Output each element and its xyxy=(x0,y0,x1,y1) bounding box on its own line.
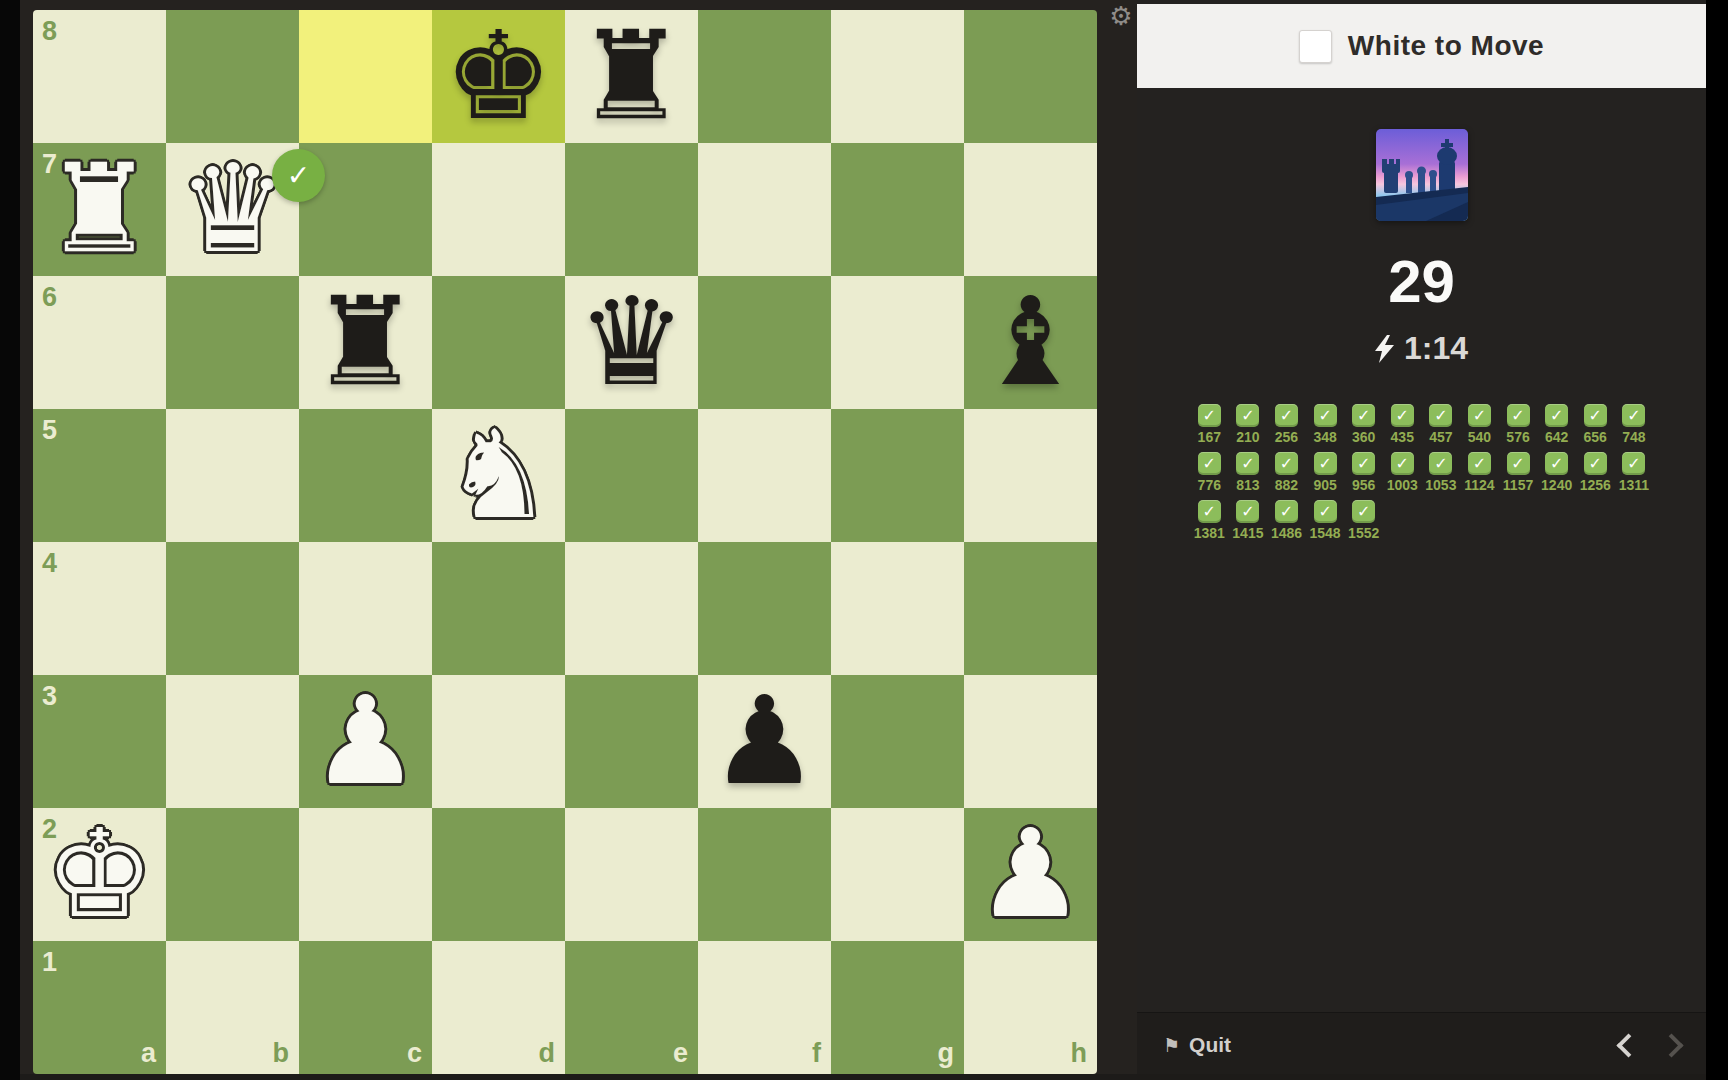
check-icon: ✓ xyxy=(1584,404,1607,427)
solved-puzzle-1415: ✓1415 xyxy=(1229,500,1268,543)
square-d4[interactable] xyxy=(432,542,565,675)
check-icon: ✓ xyxy=(1198,500,1221,523)
next-arrow[interactable] xyxy=(1659,1033,1683,1057)
lightning-icon xyxy=(1375,335,1394,363)
solved-puzzle-348: ✓348 xyxy=(1306,404,1345,447)
black-piece-c6[interactable]: ♜ xyxy=(299,276,432,409)
square-h7[interactable] xyxy=(964,143,1097,276)
solved-puzzle-1381: ✓1381 xyxy=(1190,500,1229,543)
square-f7[interactable] xyxy=(698,143,831,276)
square-g4[interactable] xyxy=(831,542,964,675)
solved-puzzle-1548: ✓1548 xyxy=(1306,500,1345,543)
square-a1[interactable]: 1a xyxy=(33,941,166,1074)
puzzle-thumbnail xyxy=(1376,129,1468,221)
solved-puzzle-813: ✓813 xyxy=(1229,452,1268,495)
solved-puzzle-748: ✓748 xyxy=(1615,404,1654,447)
solved-rating: 813 xyxy=(1236,477,1259,493)
square-g1[interactable]: g xyxy=(831,941,964,1074)
square-b2[interactable] xyxy=(166,808,299,941)
black-piece-e6[interactable]: ♛ xyxy=(565,276,698,409)
square-e6[interactable]: ♛ xyxy=(565,276,698,409)
square-b6[interactable] xyxy=(166,276,299,409)
square-d2[interactable] xyxy=(432,808,565,941)
solved-rating: 1003 xyxy=(1387,477,1418,493)
solved-puzzle-1311: ✓1311 xyxy=(1615,452,1654,495)
square-e3[interactable] xyxy=(565,675,698,808)
square-c8[interactable] xyxy=(299,10,432,143)
file-label-d: d xyxy=(539,1040,556,1067)
rank-label-1: 1 xyxy=(42,949,57,976)
square-f8[interactable] xyxy=(698,10,831,143)
square-a2[interactable]: 2♚ xyxy=(33,808,166,941)
square-h5[interactable] xyxy=(964,409,1097,542)
check-icon: ✓ xyxy=(1622,452,1645,475)
solved-puzzle-642: ✓642 xyxy=(1537,404,1576,447)
solved-rating: 210 xyxy=(1236,429,1259,445)
solved-rating: 1548 xyxy=(1310,525,1341,541)
solved-rating: 1256 xyxy=(1580,477,1611,493)
prev-arrow[interactable] xyxy=(1616,1033,1640,1057)
rank-label-8: 8 xyxy=(42,18,57,45)
check-icon: ✓ xyxy=(1468,452,1491,475)
solved-puzzle-882: ✓882 xyxy=(1267,452,1306,495)
square-d6[interactable] xyxy=(432,276,565,409)
solved-rating: 1486 xyxy=(1271,525,1302,541)
solved-puzzle-776: ✓776 xyxy=(1190,452,1229,495)
square-f1[interactable]: f xyxy=(698,941,831,1074)
solved-rating: 167 xyxy=(1198,429,1221,445)
file-label-c: c xyxy=(407,1040,422,1067)
check-icon: ✓ xyxy=(1275,452,1298,475)
solved-puzzle-360: ✓360 xyxy=(1344,404,1383,447)
solved-rating: 1157 xyxy=(1503,477,1533,493)
check-icon: ✓ xyxy=(1352,452,1375,475)
black-piece-f3[interactable]: ♟ xyxy=(698,675,831,808)
puzzle-art xyxy=(1376,129,1468,221)
square-a4[interactable]: 4 xyxy=(33,542,166,675)
check-icon: ✓ xyxy=(1507,452,1530,475)
white-piece-c3[interactable]: ♟ xyxy=(299,675,432,808)
check-icon: ✓ xyxy=(1275,404,1298,427)
square-g7[interactable] xyxy=(831,143,964,276)
square-c3[interactable]: ♟ xyxy=(299,675,432,808)
rank-label-4: 4 xyxy=(42,550,57,577)
check-icon: ✓ xyxy=(1391,404,1414,427)
solved-rating: 348 xyxy=(1313,429,1336,445)
square-f5[interactable] xyxy=(698,409,831,542)
check-icon: ✓ xyxy=(1236,404,1259,427)
flag-icon: ⚑ xyxy=(1163,1036,1180,1055)
square-c4[interactable] xyxy=(299,542,432,675)
square-g8[interactable] xyxy=(831,10,964,143)
check-icon: ✓ xyxy=(1314,500,1337,523)
puzzle-count: 29 xyxy=(1137,250,1706,314)
square-d5[interactable]: ♞ xyxy=(432,409,565,542)
solved-rating: 776 xyxy=(1198,477,1221,493)
check-icon: ✓ xyxy=(1236,452,1259,475)
white-piece-a2[interactable]: ♚ xyxy=(33,808,166,941)
square-f4[interactable] xyxy=(698,542,831,675)
file-label-a: a xyxy=(141,1040,156,1067)
solved-rating: 1311 xyxy=(1619,477,1649,493)
check-icon: ✓ xyxy=(1429,404,1452,427)
solved-puzzle-576: ✓576 xyxy=(1499,404,1538,447)
check-icon: ✓ xyxy=(1352,500,1375,523)
square-c1[interactable]: c xyxy=(299,941,432,1074)
timer-value: 1:14 xyxy=(1404,330,1468,367)
solved-puzzle-210: ✓210 xyxy=(1229,404,1268,447)
square-e2[interactable] xyxy=(565,808,698,941)
solved-puzzle-435: ✓435 xyxy=(1383,404,1422,447)
square-b5[interactable] xyxy=(166,409,299,542)
solved-rating: 457 xyxy=(1429,429,1452,445)
settings-gear-icon[interactable]: ⚙ xyxy=(1106,1,1136,31)
white-piece-a7[interactable]: ♜ xyxy=(33,143,166,276)
square-g5[interactable] xyxy=(831,409,964,542)
square-b8[interactable] xyxy=(166,10,299,143)
solved-puzzle-1124: ✓1124 xyxy=(1460,452,1499,495)
solved-rating: 748 xyxy=(1622,429,1645,445)
square-h8[interactable] xyxy=(964,10,1097,143)
solved-puzzle-1240: ✓1240 xyxy=(1537,452,1576,495)
square-a8[interactable]: 8 xyxy=(33,10,166,143)
square-f3[interactable]: ♟ xyxy=(698,675,831,808)
square-g6[interactable] xyxy=(831,276,964,409)
square-d8[interactable]: ♚ xyxy=(432,10,565,143)
square-f2[interactable] xyxy=(698,808,831,941)
solved-rating: 642 xyxy=(1545,429,1568,445)
solved-puzzle-1486: ✓1486 xyxy=(1267,500,1306,543)
footer-bar: ⚑ Quit xyxy=(1137,1012,1706,1077)
solved-rating: 1381 xyxy=(1194,525,1225,541)
check-icon: ✓ xyxy=(1314,452,1337,475)
app-window: 8♚♜7♜♛6♜♛♝5♞43♟♟2♚♟1abcdefgh ✓ ⚙ White t… xyxy=(0,0,1728,1080)
check-icon: ✓ xyxy=(1314,404,1337,427)
turn-indicator-bar: White to Move xyxy=(1137,4,1706,88)
solved-puzzle-1157: ✓1157 xyxy=(1499,452,1538,495)
solved-puzzle-956: ✓956 xyxy=(1344,452,1383,495)
square-d7[interactable] xyxy=(432,143,565,276)
square-d3[interactable] xyxy=(432,675,565,808)
check-icon: ✓ xyxy=(1198,404,1221,427)
sidebar: White to Move xyxy=(1137,0,1706,1080)
bottom-edge xyxy=(20,1074,1706,1080)
file-label-b: b xyxy=(273,1040,290,1067)
check-icon: ✓ xyxy=(1391,452,1414,475)
square-e8[interactable]: ♜ xyxy=(565,10,698,143)
square-c5[interactable] xyxy=(299,409,432,542)
timer: 1:14 xyxy=(1137,330,1706,367)
check-icon: ✓ xyxy=(1545,404,1568,427)
square-b1[interactable]: b xyxy=(166,941,299,1074)
move-nav xyxy=(1620,1037,1680,1054)
white-piece-d5[interactable]: ♞ xyxy=(432,409,565,542)
square-c6[interactable]: ♜ xyxy=(299,276,432,409)
square-e1[interactable]: e xyxy=(565,941,698,1074)
square-d1[interactable]: d xyxy=(432,941,565,1074)
solved-rating: 905 xyxy=(1313,477,1336,493)
solved-rating: 1415 xyxy=(1232,525,1263,541)
rank-label-5: 5 xyxy=(42,417,57,444)
solved-puzzle-256: ✓256 xyxy=(1267,404,1306,447)
solved-puzzle-656: ✓656 xyxy=(1576,404,1615,447)
square-h2[interactable]: ♟ xyxy=(964,808,1097,941)
solved-puzzle-540: ✓540 xyxy=(1460,404,1499,447)
file-label-e: e xyxy=(673,1040,688,1067)
letterbox-left xyxy=(0,0,20,1080)
check-icon: ✓ xyxy=(1352,404,1375,427)
quit-label: Quit xyxy=(1189,1033,1231,1057)
solved-puzzle-1053: ✓1053 xyxy=(1422,452,1461,495)
correct-move-badge: ✓ xyxy=(272,149,325,202)
square-a7[interactable]: 7♜ xyxy=(33,143,166,276)
solved-rating: 956 xyxy=(1352,477,1375,493)
solved-puzzle-905: ✓905 xyxy=(1306,452,1345,495)
solved-puzzle-1003: ✓1003 xyxy=(1383,452,1422,495)
solved-rating: 576 xyxy=(1506,429,1529,445)
solved-puzzle-1552: ✓1552 xyxy=(1344,500,1383,543)
solved-puzzle-1256: ✓1256 xyxy=(1576,452,1615,495)
square-b4[interactable] xyxy=(166,542,299,675)
solved-rating: 1240 xyxy=(1541,477,1572,493)
solved-puzzle-457: ✓457 xyxy=(1422,404,1461,447)
solved-puzzles-grid: ✓167✓210✓256✓348✓360✓435✓457✓540✓576✓642… xyxy=(1190,404,1656,548)
rank-label-6: 6 xyxy=(42,284,57,311)
square-e4[interactable] xyxy=(565,542,698,675)
file-label-f: f xyxy=(812,1040,821,1067)
solved-rating: 435 xyxy=(1391,429,1414,445)
solved-puzzle-167: ✓167 xyxy=(1190,404,1229,447)
square-e7[interactable] xyxy=(565,143,698,276)
square-a6[interactable]: 6 xyxy=(33,276,166,409)
check-icon: ✓ xyxy=(1236,500,1259,523)
check-icon: ✓ xyxy=(1275,500,1298,523)
file-label-h: h xyxy=(1071,1040,1088,1067)
square-h6[interactable]: ♝ xyxy=(964,276,1097,409)
square-g2[interactable] xyxy=(831,808,964,941)
white-piece-h2[interactable]: ♟ xyxy=(964,808,1097,941)
check-icon: ✓ xyxy=(1584,452,1607,475)
quit-button[interactable]: ⚑ Quit xyxy=(1163,1033,1231,1057)
square-a3[interactable]: 3 xyxy=(33,675,166,808)
check-icon: ✓ xyxy=(1507,404,1530,427)
check-icon: ✓ xyxy=(1429,452,1452,475)
solved-rating: 882 xyxy=(1275,477,1298,493)
solved-rating: 656 xyxy=(1584,429,1607,445)
square-h3[interactable] xyxy=(964,675,1097,808)
check-icon: ✓ xyxy=(1198,452,1221,475)
file-label-g: g xyxy=(938,1040,955,1067)
square-b3[interactable] xyxy=(166,675,299,808)
solved-rating: 1124 xyxy=(1464,477,1494,493)
black-piece-e8[interactable]: ♜ xyxy=(565,10,698,143)
solved-rating: 256 xyxy=(1275,429,1298,445)
square-h4[interactable] xyxy=(964,542,1097,675)
square-c2[interactable] xyxy=(299,808,432,941)
solved-rating: 1053 xyxy=(1425,477,1456,493)
chess-board[interactable]: 8♚♜7♜♛6♜♛♝5♞43♟♟2♚♟1abcdefgh xyxy=(33,10,1097,1074)
solved-rating: 360 xyxy=(1352,429,1375,445)
black-piece-d8[interactable]: ♚ xyxy=(432,10,565,143)
square-f6[interactable] xyxy=(698,276,831,409)
check-icon: ✓ xyxy=(1468,404,1491,427)
solved-rating: 540 xyxy=(1468,429,1491,445)
square-h1[interactable]: h xyxy=(964,941,1097,1074)
white-square-icon xyxy=(1299,30,1332,63)
rank-label-3: 3 xyxy=(42,683,57,710)
turn-label: White to Move xyxy=(1348,30,1544,62)
letterbox-right xyxy=(1706,0,1728,1080)
square-e5[interactable] xyxy=(565,409,698,542)
solved-rating: 1552 xyxy=(1348,525,1379,541)
square-a5[interactable]: 5 xyxy=(33,409,166,542)
square-g3[interactable] xyxy=(831,675,964,808)
black-piece-h6[interactable]: ♝ xyxy=(964,276,1097,409)
check-icon: ✓ xyxy=(1545,452,1568,475)
check-icon: ✓ xyxy=(1622,404,1645,427)
